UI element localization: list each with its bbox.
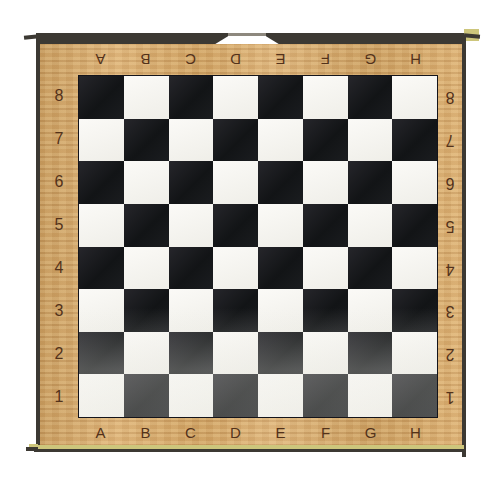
square-e1[interactable]: [258, 374, 303, 417]
square-a8[interactable]: [79, 76, 124, 119]
square-f7[interactable]: [303, 119, 348, 162]
coordinate-label-f: F: [303, 418, 348, 446]
square-c3[interactable]: [169, 289, 214, 332]
coordinate-label-1: 1: [40, 375, 78, 418]
square-g2[interactable]: [348, 332, 393, 375]
square-f4[interactable]: [303, 247, 348, 290]
square-e4[interactable]: [258, 247, 303, 290]
square-e2[interactable]: [258, 332, 303, 375]
coordinate-label-e: E: [258, 44, 303, 75]
square-b4[interactable]: [124, 247, 169, 290]
square-h1[interactable]: [392, 374, 437, 417]
square-d3[interactable]: [213, 289, 258, 332]
coordinate-label-a: A: [78, 44, 123, 75]
coordinate-label-f: F: [303, 44, 348, 75]
coordinate-label-b: B: [123, 44, 168, 75]
coordinate-label-b: B: [123, 418, 168, 446]
square-f3[interactable]: [303, 289, 348, 332]
square-f8[interactable]: [303, 76, 348, 119]
square-a5[interactable]: [79, 204, 124, 247]
coordinate-label-c: C: [168, 44, 213, 75]
coordinate-label-7: 7: [40, 118, 78, 161]
coordinate-label-a: A: [78, 418, 123, 446]
coordinate-label-2: 2: [438, 332, 462, 375]
square-f6[interactable]: [303, 161, 348, 204]
square-b5[interactable]: [124, 204, 169, 247]
square-g3[interactable]: [348, 289, 393, 332]
square-g4[interactable]: [348, 247, 393, 290]
coordinate-label-2: 2: [40, 332, 78, 375]
coordinate-label-5: 5: [438, 204, 462, 247]
square-a6[interactable]: [79, 161, 124, 204]
square-b1[interactable]: [124, 374, 169, 417]
square-g8[interactable]: [348, 76, 393, 119]
chessboard: ABCDEFGH ABCDEFGH 87654321 87654321: [36, 33, 466, 452]
coordinate-label-5: 5: [40, 204, 78, 247]
coordinate-label-8: 8: [438, 75, 462, 118]
square-h4[interactable]: [392, 247, 437, 290]
board-grid: [78, 75, 438, 418]
square-b2[interactable]: [124, 332, 169, 375]
square-e6[interactable]: [258, 161, 303, 204]
coordinate-label-c: C: [168, 418, 213, 446]
square-a4[interactable]: [79, 247, 124, 290]
square-d4[interactable]: [213, 247, 258, 290]
hinge-tab-bottom-left: [26, 447, 38, 451]
square-e3[interactable]: [258, 289, 303, 332]
coordinate-label-e: E: [258, 418, 303, 446]
square-d7[interactable]: [213, 119, 258, 162]
square-h8[interactable]: [392, 76, 437, 119]
square-c6[interactable]: [169, 161, 214, 204]
coordinate-label-d: D: [213, 44, 258, 75]
square-d6[interactable]: [213, 161, 258, 204]
coordinate-label-h: H: [393, 44, 438, 75]
coordinate-label-4: 4: [40, 247, 78, 290]
square-d5[interactable]: [213, 204, 258, 247]
product-photo-background: { "game": "chess", "position": { "fen": …: [0, 0, 500, 479]
square-g1[interactable]: [348, 374, 393, 417]
coordinate-label-6: 6: [438, 161, 462, 204]
square-e8[interactable]: [258, 76, 303, 119]
coordinate-label-6: 6: [40, 161, 78, 204]
coordinate-label-d: D: [213, 418, 258, 446]
coordinate-label-3: 3: [40, 289, 78, 332]
square-f5[interactable]: [303, 204, 348, 247]
square-d2[interactable]: [213, 332, 258, 375]
square-c1[interactable]: [169, 374, 214, 417]
square-f1[interactable]: [303, 374, 348, 417]
square-e7[interactable]: [258, 119, 303, 162]
square-a3[interactable]: [79, 289, 124, 332]
bottom-edge: [34, 449, 466, 452]
square-e5[interactable]: [258, 204, 303, 247]
square-a1[interactable]: [79, 374, 124, 417]
coordinate-label-g: G: [348, 418, 393, 446]
square-g7[interactable]: [348, 119, 393, 162]
square-b6[interactable]: [124, 161, 169, 204]
square-a2[interactable]: [79, 332, 124, 375]
square-h3[interactable]: [392, 289, 437, 332]
square-g6[interactable]: [348, 161, 393, 204]
coordinate-label-4: 4: [438, 247, 462, 290]
square-c8[interactable]: [169, 76, 214, 119]
square-h2[interactable]: [392, 332, 437, 375]
coordinate-label-8: 8: [40, 75, 78, 118]
square-f2[interactable]: [303, 332, 348, 375]
square-h5[interactable]: [392, 204, 437, 247]
square-a7[interactable]: [79, 119, 124, 162]
square-c5[interactable]: [169, 204, 214, 247]
square-b3[interactable]: [124, 289, 169, 332]
file-labels-bottom: ABCDEFGH: [78, 418, 438, 446]
square-b7[interactable]: [124, 119, 169, 162]
square-c7[interactable]: [169, 119, 214, 162]
square-c4[interactable]: [169, 247, 214, 290]
square-h7[interactable]: [392, 119, 437, 162]
coordinate-label-3: 3: [438, 289, 462, 332]
file-labels-top: ABCDEFGH: [78, 44, 438, 75]
coordinate-label-1: 1: [438, 375, 462, 418]
square-g5[interactable]: [348, 204, 393, 247]
coordinate-label-g: G: [348, 44, 393, 75]
square-b8[interactable]: [124, 76, 169, 119]
coordinate-label-h: H: [393, 418, 438, 446]
coordinate-label-7: 7: [438, 118, 462, 161]
square-c2[interactable]: [169, 332, 214, 375]
square-d1[interactable]: [213, 374, 258, 417]
square-h6[interactable]: [392, 161, 437, 204]
right-edge: [462, 35, 466, 457]
rank-labels-right: 87654321: [438, 75, 462, 418]
square-d8[interactable]: [213, 76, 258, 119]
rank-labels-left: 87654321: [40, 75, 78, 418]
